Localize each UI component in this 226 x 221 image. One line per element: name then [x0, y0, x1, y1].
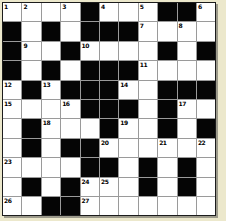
cell-r5c10[interactable] [197, 100, 215, 118]
cell-r9c4[interactable]: 24 [81, 178, 99, 196]
cell-r2c5[interactable] [100, 42, 118, 60]
clue-number-18: 18 [43, 119, 50, 126]
cell-r9c10[interactable] [197, 178, 215, 196]
black-cell-r3c6 [119, 61, 137, 79]
cell-r8c8[interactable] [158, 158, 176, 176]
black-cell-r2c8 [158, 42, 176, 60]
cell-r7c0[interactable] [3, 139, 21, 157]
clue-number-25: 25 [101, 178, 108, 185]
cell-r1c7[interactable]: 7 [139, 22, 157, 40]
cell-r4c2[interactable]: 13 [42, 81, 60, 99]
cell-r6c3[interactable] [61, 119, 79, 137]
black-cell-r5c8 [158, 100, 176, 118]
black-cell-r6c5 [100, 119, 118, 137]
cell-r8c3[interactable] [61, 158, 79, 176]
crossword-board: 1234567891011121314151617181920212223242… [2, 2, 216, 216]
cell-r5c3[interactable]: 16 [61, 100, 79, 118]
cell-r0c5[interactable]: 4 [100, 3, 118, 21]
black-cell-r3c5 [100, 61, 118, 79]
cell-r5c9[interactable]: 17 [178, 100, 196, 118]
cell-r10c7[interactable] [139, 197, 157, 215]
cell-r3c10[interactable] [197, 61, 215, 79]
black-cell-r4c9 [178, 81, 196, 99]
clue-number-27: 27 [82, 197, 89, 204]
cell-r6c4[interactable] [81, 119, 99, 137]
black-cell-r6c10 [197, 119, 215, 137]
cell-r10c6[interactable] [119, 197, 137, 215]
black-cell-r1c6 [119, 22, 137, 40]
black-cell-r4c1 [22, 81, 40, 99]
puzzle-page: 1234567891011121314151617181920212223242… [0, 0, 226, 221]
cell-r6c2[interactable]: 18 [42, 119, 60, 137]
clue-number-4: 4 [101, 3, 105, 10]
clue-number-20: 20 [101, 139, 108, 146]
clue-number-17: 17 [179, 100, 186, 107]
cell-r2c6[interactable] [119, 42, 137, 60]
cell-r8c1[interactable] [22, 158, 40, 176]
cell-r6c0[interactable] [3, 119, 21, 137]
cell-r1c10[interactable] [197, 22, 215, 40]
cell-r0c0[interactable]: 1 [3, 3, 21, 21]
black-cell-r5c4 [81, 100, 99, 118]
clue-number-13: 13 [43, 81, 50, 88]
cell-r1c9[interactable]: 8 [178, 22, 196, 40]
cell-r5c7[interactable] [139, 100, 157, 118]
black-cell-r7c4 [81, 139, 99, 157]
cell-r6c9[interactable] [178, 119, 196, 137]
black-cell-r7c3 [61, 139, 79, 157]
cell-r8c10[interactable] [197, 158, 215, 176]
cell-r10c9[interactable] [178, 197, 196, 215]
cell-r5c2[interactable] [42, 100, 60, 118]
clue-number-21: 21 [159, 139, 166, 146]
black-cell-r2c10 [197, 42, 215, 60]
black-cell-r2c3 [61, 42, 79, 60]
clue-number-16: 16 [62, 100, 69, 107]
cell-r7c10[interactable]: 22 [197, 139, 215, 157]
black-cell-r3c0 [3, 61, 21, 79]
black-cell-r1c0 [3, 22, 21, 40]
cell-r6c7[interactable] [139, 119, 157, 137]
cell-r0c7[interactable]: 5 [139, 3, 157, 21]
black-cell-r4c8 [158, 81, 176, 99]
cell-r0c2[interactable] [42, 3, 60, 21]
black-cell-r4c3 [61, 81, 79, 99]
black-cell-r1c2 [42, 22, 60, 40]
cell-r10c0[interactable]: 26 [3, 197, 21, 215]
black-cell-r1c4 [81, 22, 99, 40]
cell-r9c2[interactable] [42, 178, 60, 196]
cell-r3c9[interactable] [178, 61, 196, 79]
cell-r3c3[interactable] [61, 61, 79, 79]
cell-r7c2[interactable] [42, 139, 60, 157]
clue-number-8: 8 [179, 22, 183, 29]
black-cell-r0c8 [158, 3, 176, 21]
cell-r2c2[interactable] [42, 42, 60, 60]
cell-r4c6[interactable]: 14 [119, 81, 137, 99]
clue-number-26: 26 [4, 197, 11, 204]
black-cell-r4c4 [81, 81, 99, 99]
black-cell-r8c5 [100, 158, 118, 176]
cell-r3c7[interactable]: 11 [139, 61, 157, 79]
cell-r2c1[interactable]: 9 [22, 42, 40, 60]
cell-r2c7[interactable] [139, 42, 157, 60]
cell-r10c10[interactable] [197, 197, 215, 215]
black-cell-r0c9 [178, 3, 196, 21]
cell-r10c8[interactable] [158, 197, 176, 215]
cell-r10c4[interactable]: 27 [81, 197, 99, 215]
cell-r7c5[interactable]: 20 [100, 139, 118, 157]
cell-r0c3[interactable]: 3 [61, 3, 79, 21]
clue-number-6: 6 [198, 3, 202, 10]
clue-number-5: 5 [140, 3, 144, 10]
cell-r1c8[interactable] [158, 22, 176, 40]
clue-number-15: 15 [4, 100, 11, 107]
clue-number-1: 1 [4, 3, 8, 10]
black-cell-r6c1 [22, 119, 40, 137]
black-cell-r8c7 [139, 158, 157, 176]
cell-r9c6[interactable] [119, 178, 137, 196]
clue-number-11: 11 [140, 61, 147, 68]
cell-r5c1[interactable] [22, 100, 40, 118]
cell-r10c5[interactable] [100, 197, 118, 215]
black-cell-r8c4 [81, 158, 99, 176]
black-cell-r9c7 [139, 178, 157, 196]
cell-r8c0[interactable]: 23 [3, 158, 21, 176]
cell-r0c1[interactable]: 2 [22, 3, 40, 21]
cell-r2c9[interactable] [178, 42, 196, 60]
cell-r4c7[interactable] [139, 81, 157, 99]
clue-number-22: 22 [198, 139, 205, 146]
clue-number-12: 12 [4, 81, 11, 88]
cell-r8c6[interactable] [119, 158, 137, 176]
black-cell-r4c5 [100, 81, 118, 99]
cell-r5c0[interactable]: 15 [3, 100, 21, 118]
black-cell-r8c9 [178, 158, 196, 176]
black-cell-r2c0 [3, 42, 21, 60]
clue-number-19: 19 [120, 119, 127, 126]
cell-r7c6[interactable] [119, 139, 137, 157]
clue-number-7: 7 [140, 22, 144, 29]
cell-r8c2[interactable] [42, 158, 60, 176]
cell-r2c4[interactable]: 10 [81, 42, 99, 60]
black-cell-r9c9 [178, 178, 196, 196]
black-cell-r6c8 [158, 119, 176, 137]
cell-r9c0[interactable] [3, 178, 21, 196]
clue-number-14: 14 [120, 81, 127, 88]
black-cell-r0c4 [81, 3, 99, 21]
black-cell-r9c3 [61, 178, 79, 196]
black-cell-r7c1 [22, 139, 40, 157]
clue-number-2: 2 [23, 3, 27, 10]
cell-r7c8[interactable]: 21 [158, 139, 176, 157]
black-cell-r5c6 [119, 100, 137, 118]
clue-number-24: 24 [82, 178, 89, 185]
cell-r4c0[interactable]: 12 [3, 81, 21, 99]
black-cell-r3c4 [81, 61, 99, 79]
cell-r7c9[interactable] [178, 139, 196, 157]
cell-r0c6[interactable] [119, 3, 137, 21]
cell-r9c8[interactable] [158, 178, 176, 196]
clue-number-3: 3 [62, 3, 66, 10]
cell-r3c1[interactable] [22, 61, 40, 79]
cell-r1c1[interactable] [22, 22, 40, 40]
black-cell-r4c10 [197, 81, 215, 99]
clue-number-9: 9 [23, 42, 27, 49]
black-cell-r10c2 [42, 197, 60, 215]
cell-r6c6[interactable]: 19 [119, 119, 137, 137]
clue-number-10: 10 [82, 42, 89, 49]
cell-r10c1[interactable] [22, 197, 40, 215]
clue-number-23: 23 [4, 158, 11, 165]
black-cell-r1c5 [100, 22, 118, 40]
cell-r1c3[interactable] [61, 22, 79, 40]
black-cell-r9c1 [22, 178, 40, 196]
cell-r9c5[interactable]: 25 [100, 178, 118, 196]
black-cell-r5c5 [100, 100, 118, 118]
black-cell-r3c2 [42, 61, 60, 79]
cell-r3c8[interactable] [158, 61, 176, 79]
cell-r0c10[interactable]: 6 [197, 3, 215, 21]
black-cell-r10c3 [61, 197, 79, 215]
cell-r7c7[interactable] [139, 139, 157, 157]
